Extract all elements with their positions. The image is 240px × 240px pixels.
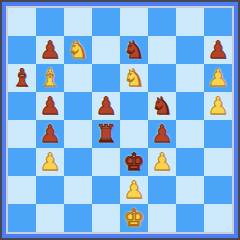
square-c2[interactable]	[64, 176, 92, 204]
piece-black-knight[interactable]: ♞	[148, 92, 176, 120]
piece-black-knight[interactable]: ♞	[120, 36, 148, 64]
square-h4[interactable]	[204, 120, 232, 148]
piece-white-knight[interactable]: ♞	[120, 64, 148, 92]
square-f3[interactable]: ♟	[148, 148, 176, 176]
square-d8[interactable]	[92, 8, 120, 36]
square-c6[interactable]	[64, 64, 92, 92]
square-g6[interactable]	[176, 64, 204, 92]
piece-white-knight[interactable]: ♞	[64, 36, 92, 64]
square-a5[interactable]	[8, 92, 36, 120]
square-e5[interactable]	[120, 92, 148, 120]
square-d7[interactable]	[92, 36, 120, 64]
square-a7[interactable]	[8, 36, 36, 64]
square-d2[interactable]	[92, 176, 120, 204]
square-g4[interactable]	[176, 120, 204, 148]
piece-white-pawn[interactable]: ♟	[204, 92, 232, 120]
piece-white-bishop[interactable]: ♝	[36, 64, 64, 92]
square-c4[interactable]	[64, 120, 92, 148]
square-g3[interactable]	[176, 148, 204, 176]
square-h1[interactable]	[204, 204, 232, 232]
square-d1[interactable]	[92, 204, 120, 232]
square-g2[interactable]	[176, 176, 204, 204]
square-h5[interactable]: ♟	[204, 92, 232, 120]
piece-black-rook[interactable]: ♜	[92, 120, 120, 148]
square-b5[interactable]: ♟	[36, 92, 64, 120]
square-g1[interactable]	[176, 204, 204, 232]
board-inner-border: ♟♞♞♟♝♝♞♟♟♟♞♟♟♜♟♟♚♟♟♚	[6, 6, 234, 234]
piece-white-pawn[interactable]: ♟	[36, 148, 64, 176]
chess-board: ♟♞♞♟♝♝♞♟♟♟♞♟♟♜♟♟♚♟♟♚	[8, 8, 232, 232]
square-e8[interactable]	[120, 8, 148, 36]
square-a2[interactable]	[8, 176, 36, 204]
piece-black-pawn[interactable]: ♟	[36, 92, 64, 120]
square-c5[interactable]	[64, 92, 92, 120]
square-f7[interactable]	[148, 36, 176, 64]
square-h8[interactable]	[204, 8, 232, 36]
square-g8[interactable]	[176, 8, 204, 36]
square-b4[interactable]: ♟	[36, 120, 64, 148]
square-e4[interactable]	[120, 120, 148, 148]
square-a4[interactable]	[8, 120, 36, 148]
square-h2[interactable]	[204, 176, 232, 204]
square-c1[interactable]	[64, 204, 92, 232]
square-e2[interactable]: ♟	[120, 176, 148, 204]
square-f6[interactable]	[148, 64, 176, 92]
square-a8[interactable]	[8, 8, 36, 36]
square-f2[interactable]	[148, 176, 176, 204]
square-e1[interactable]: ♚	[120, 204, 148, 232]
square-a3[interactable]	[8, 148, 36, 176]
square-d3[interactable]	[92, 148, 120, 176]
square-a1[interactable]	[8, 204, 36, 232]
square-f5[interactable]: ♞	[148, 92, 176, 120]
board-frame: ♟♞♞♟♝♝♞♟♟♟♞♟♟♜♟♟♚♟♟♚	[0, 0, 240, 240]
square-d6[interactable]	[92, 64, 120, 92]
square-f1[interactable]	[148, 204, 176, 232]
square-b7[interactable]: ♟	[36, 36, 64, 64]
piece-black-king[interactable]: ♚	[120, 148, 148, 176]
square-f4[interactable]: ♟	[148, 120, 176, 148]
square-f8[interactable]	[148, 8, 176, 36]
piece-black-pawn[interactable]: ♟	[92, 92, 120, 120]
square-h7[interactable]: ♟	[204, 36, 232, 64]
square-d5[interactable]: ♟	[92, 92, 120, 120]
square-e3[interactable]: ♚	[120, 148, 148, 176]
square-d4[interactable]: ♜	[92, 120, 120, 148]
square-b6[interactable]: ♝	[36, 64, 64, 92]
square-c3[interactable]	[64, 148, 92, 176]
piece-white-pawn[interactable]: ♟	[204, 64, 232, 92]
piece-white-pawn[interactable]: ♟	[148, 148, 176, 176]
piece-black-pawn[interactable]: ♟	[204, 36, 232, 64]
piece-black-pawn[interactable]: ♟	[148, 120, 176, 148]
square-c8[interactable]	[64, 8, 92, 36]
square-b8[interactable]	[36, 8, 64, 36]
piece-black-bishop[interactable]: ♝	[8, 64, 36, 92]
square-h3[interactable]	[204, 148, 232, 176]
square-a6[interactable]: ♝	[8, 64, 36, 92]
piece-black-pawn[interactable]: ♟	[36, 36, 64, 64]
square-b2[interactable]	[36, 176, 64, 204]
square-e7[interactable]: ♞	[120, 36, 148, 64]
square-g5[interactable]	[176, 92, 204, 120]
piece-black-pawn[interactable]: ♟	[36, 120, 64, 148]
square-b1[interactable]	[36, 204, 64, 232]
piece-white-king[interactable]: ♚	[120, 204, 148, 232]
square-h6[interactable]: ♟	[204, 64, 232, 92]
piece-white-pawn[interactable]: ♟	[120, 176, 148, 204]
square-g7[interactable]	[176, 36, 204, 64]
square-b3[interactable]: ♟	[36, 148, 64, 176]
square-e6[interactable]: ♞	[120, 64, 148, 92]
square-c7[interactable]: ♞	[64, 36, 92, 64]
